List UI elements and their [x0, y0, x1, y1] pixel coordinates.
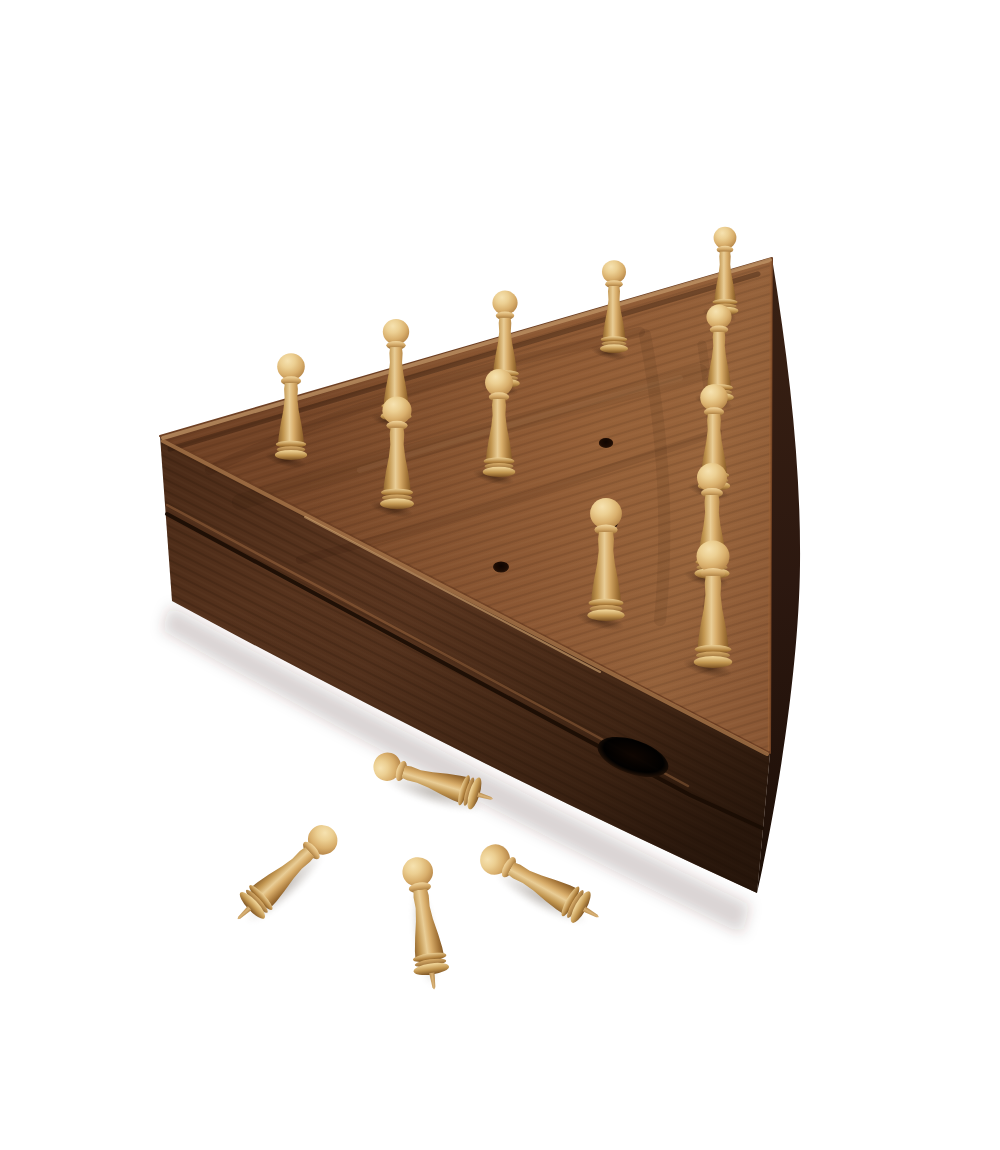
peg-hole-5[interactable] [482, 369, 515, 477]
peg-tip-spike [476, 790, 494, 803]
peg-hole-3[interactable] [380, 396, 415, 509]
peg-body [706, 331, 731, 387]
empty-hole-8[interactable] [599, 438, 613, 448]
peg-body [405, 888, 445, 960]
peg-hole-11[interactable] [711, 227, 738, 315]
peg-body [485, 399, 513, 461]
peg-body [714, 251, 737, 302]
peg-body [492, 317, 517, 373]
peg-hole-15[interactable] [693, 540, 733, 668]
peg-body [602, 286, 626, 340]
peg-base-ring-3 [380, 498, 414, 509]
peg-hole-7[interactable] [600, 260, 629, 353]
peg-hole-10[interactable] [587, 498, 625, 621]
loose-peg-4[interactable] [473, 836, 609, 933]
loose-peg-2[interactable] [224, 817, 345, 933]
loose-peg-3[interactable] [397, 855, 452, 993]
peg-base-ring-3 [275, 450, 307, 460]
peg-base-ring-3 [694, 656, 733, 668]
peg-body [277, 383, 305, 445]
pegs-layer [0, 0, 1000, 1150]
peg-body [382, 428, 411, 493]
empty-hole-6[interactable] [493, 562, 509, 573]
peg-hole-1[interactable] [274, 353, 307, 460]
peg-base-ring-3 [600, 344, 628, 353]
peg-body [697, 576, 730, 650]
product-photo-scene [0, 0, 1000, 1150]
peg-base-ring-3 [587, 609, 624, 621]
peg-base-ring-3 [483, 467, 516, 477]
peg-body [590, 532, 622, 603]
